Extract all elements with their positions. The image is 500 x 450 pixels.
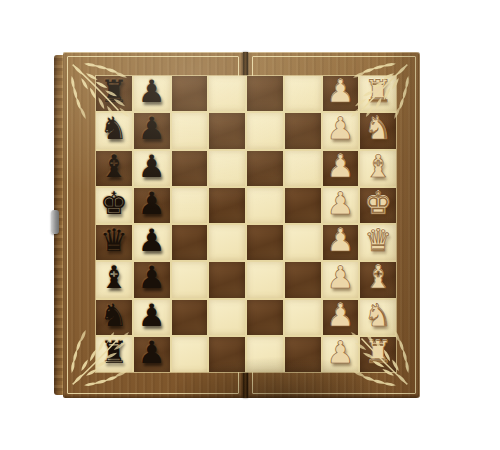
piece-black-knight[interactable]: ♞: [100, 300, 128, 331]
square-r4-c7[interactable]: ♟: [323, 188, 359, 223]
piece-white-pawn[interactable]: ♟: [326, 337, 354, 368]
square-r7-c6[interactable]: [285, 300, 321, 335]
square-r8-c1[interactable]: ♜: [96, 337, 132, 372]
square-r3-c5[interactable]: [247, 151, 283, 186]
square-r3-c6[interactable]: [285, 151, 321, 186]
square-r2-c7[interactable]: ♟: [323, 113, 359, 148]
piece-black-pawn[interactable]: ♟: [138, 113, 166, 144]
square-r2-c6[interactable]: [285, 113, 321, 148]
square-r6-c3[interactable]: [172, 262, 208, 297]
square-r7-c5[interactable]: [247, 300, 283, 335]
piece-white-knight[interactable]: ♞: [364, 300, 392, 331]
square-r5-c7[interactable]: ♟: [323, 225, 359, 260]
square-r6-c4[interactable]: [209, 262, 245, 297]
piece-white-pawn[interactable]: ♟: [326, 113, 354, 144]
square-r3-c2[interactable]: ♟: [134, 151, 170, 186]
square-r2-c8[interactable]: ♞: [360, 113, 396, 148]
square-r6-c7[interactable]: ♟: [323, 262, 359, 297]
piece-black-pawn[interactable]: ♟: [138, 225, 166, 256]
photo-canvas: ♜♟♟♜♞♟♟♞♝♟♟♝♚♟♟♚♛♟♟♛♝♟♟♝♞♟♟♞♜♟♟♜: [0, 0, 500, 450]
square-r8-c3[interactable]: [172, 337, 208, 372]
piece-black-rook[interactable]: ♜: [100, 76, 128, 107]
square-r5-c2[interactable]: ♟: [134, 225, 170, 260]
hinge-clasp: [51, 210, 59, 234]
piece-black-king[interactable]: ♚: [100, 188, 128, 219]
piece-white-king[interactable]: ♚: [364, 188, 392, 219]
square-r4-c6[interactable]: [285, 188, 321, 223]
piece-black-pawn[interactable]: ♟: [138, 300, 166, 331]
square-r6-c8[interactable]: ♝: [360, 262, 396, 297]
square-r5-c8[interactable]: ♛: [360, 225, 396, 260]
square-r3-c7[interactable]: ♟: [323, 151, 359, 186]
square-r6-c5[interactable]: [247, 262, 283, 297]
piece-white-knight[interactable]: ♞: [364, 113, 392, 144]
square-r5-c5[interactable]: [247, 225, 283, 260]
square-r4-c5[interactable]: [247, 188, 283, 223]
square-r2-c4[interactable]: [209, 113, 245, 148]
square-r7-c2[interactable]: ♟: [134, 300, 170, 335]
piece-white-pawn[interactable]: ♟: [326, 188, 354, 219]
square-r1-c3[interactable]: [172, 76, 208, 111]
piece-black-pawn[interactable]: ♟: [138, 337, 166, 368]
square-r6-c1[interactable]: ♝: [96, 262, 132, 297]
piece-white-pawn[interactable]: ♟: [326, 76, 354, 107]
piece-white-bishop[interactable]: ♝: [364, 262, 392, 293]
square-r1-c8[interactable]: ♜: [360, 76, 396, 111]
square-r7-c7[interactable]: ♟: [323, 300, 359, 335]
piece-white-pawn[interactable]: ♟: [326, 225, 354, 256]
square-r3-c3[interactable]: [172, 151, 208, 186]
square-r4-c2[interactable]: ♟: [134, 188, 170, 223]
square-r3-c4[interactable]: [209, 151, 245, 186]
square-r7-c3[interactable]: [172, 300, 208, 335]
square-r5-c1[interactable]: ♛: [96, 225, 132, 260]
square-r3-c8[interactable]: ♝: [360, 151, 396, 186]
square-r6-c6[interactable]: [285, 262, 321, 297]
square-r1-c5[interactable]: [247, 76, 283, 111]
square-r2-c3[interactable]: [172, 113, 208, 148]
square-r7-c8[interactable]: ♞: [360, 300, 396, 335]
square-r1-c2[interactable]: ♟: [134, 76, 170, 111]
square-r8-c5[interactable]: [247, 337, 283, 372]
piece-black-pawn[interactable]: ♟: [138, 262, 166, 293]
square-r4-c1[interactable]: ♚: [96, 188, 132, 223]
square-r8-c7[interactable]: ♟: [323, 337, 359, 372]
square-r1-c1[interactable]: ♜: [96, 76, 132, 111]
piece-black-pawn[interactable]: ♟: [138, 151, 166, 182]
square-r5-c4[interactable]: [209, 225, 245, 260]
square-r1-c6[interactable]: [285, 76, 321, 111]
square-r7-c4[interactable]: [209, 300, 245, 335]
piece-white-rook[interactable]: ♜: [364, 337, 392, 368]
square-r4-c4[interactable]: [209, 188, 245, 223]
piece-black-pawn[interactable]: ♟: [138, 76, 166, 107]
square-r4-c8[interactable]: ♚: [360, 188, 396, 223]
square-r1-c4[interactable]: [209, 76, 245, 111]
board-grid: ♜♟♟♜♞♟♟♞♝♟♟♝♚♟♟♚♛♟♟♛♝♟♟♝♞♟♟♞♜♟♟♜: [96, 76, 396, 372]
chess-board: ♜♟♟♜♞♟♟♞♝♟♟♝♚♟♟♚♛♟♟♛♝♟♟♝♞♟♟♞♜♟♟♜: [54, 52, 420, 398]
piece-black-queen[interactable]: ♛: [100, 225, 128, 256]
piece-black-bishop[interactable]: ♝: [100, 262, 128, 293]
square-r5-c3[interactable]: [172, 225, 208, 260]
piece-black-knight[interactable]: ♞: [100, 113, 128, 144]
piece-white-pawn[interactable]: ♟: [326, 151, 354, 182]
piece-black-bishop[interactable]: ♝: [100, 151, 128, 182]
square-r8-c6[interactable]: [285, 337, 321, 372]
piece-white-queen[interactable]: ♛: [364, 225, 392, 256]
piece-white-bishop[interactable]: ♝: [364, 151, 392, 182]
square-r2-c1[interactable]: ♞: [96, 113, 132, 148]
piece-black-pawn[interactable]: ♟: [138, 188, 166, 219]
square-r6-c2[interactable]: ♟: [134, 262, 170, 297]
square-r2-c2[interactable]: ♟: [134, 113, 170, 148]
square-r1-c7[interactable]: ♟: [323, 76, 359, 111]
square-r7-c1[interactable]: ♞: [96, 300, 132, 335]
square-r8-c8[interactable]: ♜: [360, 337, 396, 372]
square-r3-c1[interactable]: ♝: [96, 151, 132, 186]
piece-white-rook[interactable]: ♜: [364, 76, 392, 107]
piece-white-pawn[interactable]: ♟: [326, 300, 354, 331]
square-r4-c3[interactable]: [172, 188, 208, 223]
square-r2-c5[interactable]: [247, 113, 283, 148]
piece-white-pawn[interactable]: ♟: [326, 262, 354, 293]
piece-black-rook[interactable]: ♜: [100, 337, 128, 368]
square-r8-c2[interactable]: ♟: [134, 337, 170, 372]
square-r5-c6[interactable]: [285, 225, 321, 260]
square-r8-c4[interactable]: [209, 337, 245, 372]
